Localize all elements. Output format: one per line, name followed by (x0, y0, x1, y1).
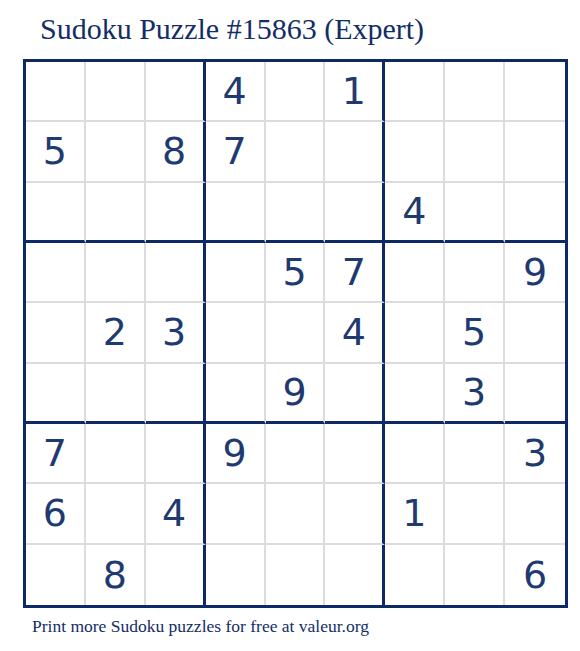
given-digit: 4 (402, 192, 426, 230)
sudoku-cell-r3c8[interactable] (445, 183, 505, 243)
given-digit: 4 (162, 494, 186, 532)
sudoku-cell-r1c6[interactable]: 1 (325, 62, 385, 122)
sudoku-cell-r8c4[interactable] (206, 484, 266, 544)
sudoku-cell-r9c2[interactable]: 8 (86, 545, 146, 605)
given-digit: 4 (342, 313, 366, 351)
sudoku-cell-r7c3[interactable] (146, 424, 206, 484)
sudoku-cell-r6c5[interactable]: 9 (266, 364, 326, 424)
sudoku-cell-r8c6[interactable] (325, 484, 385, 544)
sudoku-cell-r5c8[interactable]: 5 (445, 303, 505, 363)
sudoku-cell-r6c7[interactable] (385, 364, 445, 424)
sudoku-cell-r8c3[interactable]: 4 (146, 484, 206, 544)
sudoku-cell-r7c2[interactable] (86, 424, 146, 484)
sudoku-cell-r9c8[interactable] (445, 545, 505, 605)
given-digit: 7 (342, 253, 366, 291)
sudoku-cell-r7c9[interactable]: 3 (505, 424, 565, 484)
sudoku-cell-r6c3[interactable] (146, 364, 206, 424)
given-digit: 9 (523, 253, 547, 291)
given-digit: 6 (523, 556, 547, 594)
sudoku-cell-r5c5[interactable] (266, 303, 326, 363)
sudoku-cell-r2c1[interactable]: 5 (26, 122, 86, 182)
sudoku-cell-r4c4[interactable] (206, 243, 266, 303)
given-digit: 7 (43, 434, 67, 472)
given-digit: 8 (162, 132, 186, 170)
given-digit: 5 (282, 253, 306, 291)
given-digit: 4 (223, 72, 247, 110)
sudoku-cell-r5c1[interactable] (26, 303, 86, 363)
sudoku-cell-r6c4[interactable] (206, 364, 266, 424)
sudoku-cell-r9c1[interactable] (26, 545, 86, 605)
given-digit: 5 (43, 132, 67, 170)
sudoku-cell-r4c2[interactable] (86, 243, 146, 303)
sudoku-cell-r2c9[interactable] (505, 122, 565, 182)
sudoku-cell-r4c3[interactable] (146, 243, 206, 303)
sudoku-cell-r9c3[interactable] (146, 545, 206, 605)
sudoku-cell-r3c3[interactable] (146, 183, 206, 243)
sudoku-cell-r2c3[interactable]: 8 (146, 122, 206, 182)
sudoku-cell-r4c1[interactable] (26, 243, 86, 303)
given-digit: 1 (402, 494, 426, 532)
given-digit: 2 (103, 313, 127, 351)
sudoku-cell-r3c9[interactable] (505, 183, 565, 243)
given-digit: 3 (162, 313, 186, 351)
sudoku-cell-r2c8[interactable] (445, 122, 505, 182)
sudoku-cell-r8c2[interactable] (86, 484, 146, 544)
sudoku-cell-r1c9[interactable] (505, 62, 565, 122)
sudoku-grid: 41587457923459379364186 (23, 59, 568, 608)
sudoku-cell-r4c8[interactable] (445, 243, 505, 303)
sudoku-cell-r6c6[interactable] (325, 364, 385, 424)
sudoku-cell-r8c5[interactable] (266, 484, 326, 544)
sudoku-cell-r3c1[interactable] (26, 183, 86, 243)
sudoku-cell-r8c7[interactable]: 1 (385, 484, 445, 544)
sudoku-cell-r1c5[interactable] (266, 62, 326, 122)
sudoku-cell-r4c7[interactable] (385, 243, 445, 303)
sudoku-cell-r6c9[interactable] (505, 364, 565, 424)
sudoku-cell-r1c2[interactable] (86, 62, 146, 122)
sudoku-cell-r3c6[interactable] (325, 183, 385, 243)
page-title: Sudoku Puzzle #15863 (Expert) (40, 12, 424, 46)
sudoku-cell-r5c2[interactable]: 2 (86, 303, 146, 363)
given-digit: 8 (103, 556, 127, 594)
sudoku-cell-r1c8[interactable] (445, 62, 505, 122)
given-digit: 9 (223, 434, 247, 472)
sudoku-cell-r5c9[interactable] (505, 303, 565, 363)
sudoku-cell-r7c1[interactable]: 7 (26, 424, 86, 484)
given-digit: 7 (223, 132, 247, 170)
sudoku-cell-r6c1[interactable] (26, 364, 86, 424)
given-digit: 5 (462, 313, 486, 351)
sudoku-cell-r1c3[interactable] (146, 62, 206, 122)
sudoku-cell-r9c4[interactable] (206, 545, 266, 605)
given-digit: 3 (523, 434, 547, 472)
sudoku-cell-r4c9[interactable]: 9 (505, 243, 565, 303)
sudoku-cell-r2c4[interactable]: 7 (206, 122, 266, 182)
sudoku-cell-r2c2[interactable] (86, 122, 146, 182)
sudoku-cell-r3c7[interactable]: 4 (385, 183, 445, 243)
sudoku-cell-r6c2[interactable] (86, 364, 146, 424)
sudoku-cell-r3c4[interactable] (206, 183, 266, 243)
sudoku-cell-r5c3[interactable]: 3 (146, 303, 206, 363)
sudoku-cell-r7c5[interactable] (266, 424, 326, 484)
sudoku-cell-r3c5[interactable] (266, 183, 326, 243)
sudoku-cell-r7c6[interactable] (325, 424, 385, 484)
sudoku-cell-r1c7[interactable] (385, 62, 445, 122)
sudoku-cell-r9c6[interactable] (325, 545, 385, 605)
sudoku-cell-r9c7[interactable] (385, 545, 445, 605)
sudoku-cell-r8c9[interactable] (505, 484, 565, 544)
given-digit: 1 (342, 72, 366, 110)
sudoku-cell-r9c9[interactable]: 6 (505, 545, 565, 605)
sudoku-cell-r6c8[interactable]: 3 (445, 364, 505, 424)
sudoku-cell-r1c1[interactable] (26, 62, 86, 122)
sudoku-cell-r8c8[interactable] (445, 484, 505, 544)
given-digit: 6 (43, 494, 67, 532)
sudoku-cell-r2c7[interactable] (385, 122, 445, 182)
sudoku-cell-r8c1[interactable]: 6 (26, 484, 86, 544)
given-digit: 3 (462, 373, 486, 411)
sudoku-cell-r4c5[interactable]: 5 (266, 243, 326, 303)
sudoku-cell-r4c6[interactable]: 7 (325, 243, 385, 303)
sudoku-cell-r9c5[interactable] (266, 545, 326, 605)
sudoku-cell-r7c7[interactable] (385, 424, 445, 484)
sudoku-cell-r5c6[interactable]: 4 (325, 303, 385, 363)
given-digit: 9 (282, 373, 306, 411)
sudoku-cell-r5c4[interactable] (206, 303, 266, 363)
sudoku-cell-r7c8[interactable] (445, 424, 505, 484)
sudoku-cell-r1c4[interactable]: 4 (206, 62, 266, 122)
sudoku-cell-r2c6[interactable] (325, 122, 385, 182)
sudoku-cell-r5c7[interactable] (385, 303, 445, 363)
footer-text: Print more Sudoku puzzles for free at va… (32, 616, 369, 637)
sudoku-cell-r3c2[interactable] (86, 183, 146, 243)
sudoku-cell-r2c5[interactable] (266, 122, 326, 182)
sudoku-cell-r7c4[interactable]: 9 (206, 424, 266, 484)
